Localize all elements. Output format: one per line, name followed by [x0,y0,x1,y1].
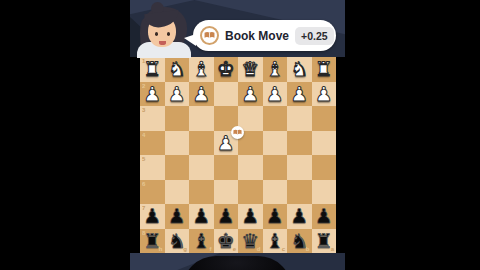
square-a8[interactable]: a♜ [312,229,337,254]
square-f6[interactable] [189,180,214,205]
square-a2[interactable]: ♟ [312,82,337,107]
square-g5[interactable] [165,155,190,180]
rank-label: 7 [142,205,145,211]
square-b8[interactable]: b♞ [287,229,312,254]
square-f1[interactable]: ♝ [189,57,214,82]
square-a5[interactable] [312,155,337,180]
piece-wP: ♟ [241,82,259,107]
square-e2[interactable] [214,82,239,107]
evaluation-badge: +0.25 [295,27,334,45]
square-h3[interactable]: 3 [140,106,165,131]
rank-label: 3 [142,107,145,113]
square-a7[interactable]: ♟ [312,204,337,229]
rank-label: 2 [142,83,145,89]
square-g4[interactable] [165,131,190,156]
square-g8[interactable]: g♞ [165,229,190,254]
square-g7[interactable]: ♟ [165,204,190,229]
book-move-badge [231,126,244,139]
square-f8[interactable]: f♝ [189,229,214,254]
rank-label: 4 [142,132,145,138]
piece-wP: ♟ [290,82,308,107]
piece-wP: ♟ [168,82,186,107]
piece-wN: ♞ [168,57,186,82]
rank-label: 8 [142,230,145,236]
square-b2[interactable]: ♟ [287,82,312,107]
piece-bB: ♝ [192,229,210,254]
square-b3[interactable] [287,106,312,131]
square-e6[interactable] [214,180,239,205]
book-icon [200,26,219,45]
square-b7[interactable]: ♟ [287,204,312,229]
square-f3[interactable] [189,106,214,131]
rank-label: 5 [142,156,145,162]
square-c1[interactable]: ♝ [263,57,288,82]
square-b4[interactable] [287,131,312,156]
square-d7[interactable]: ♟ [238,204,263,229]
piece-wB: ♝ [192,57,210,82]
square-d2[interactable]: ♟ [238,82,263,107]
square-b6[interactable] [287,180,312,205]
piece-wN: ♞ [290,57,308,82]
piece-wP: ♟ [192,82,210,107]
square-f5[interactable] [189,155,214,180]
rank-label: 6 [142,181,145,187]
rank-label: 1 [142,58,145,64]
square-c5[interactable] [263,155,288,180]
piece-wR: ♜ [315,57,333,82]
square-d5[interactable] [238,155,263,180]
book-move-bubble: Book Move +0.25 [193,20,336,51]
file-label: a [331,246,334,252]
square-g3[interactable] [165,106,190,131]
file-label: g [183,246,187,252]
file-label: f [210,246,212,252]
avatar-mouth [159,41,166,45]
piece-wK: ♚ [217,57,235,82]
square-f2[interactable]: ♟ [189,82,214,107]
piece-wQ: ♛ [241,57,259,82]
square-g2[interactable]: ♟ [165,82,190,107]
avatar-eye [155,32,158,36]
square-c7[interactable]: ♟ [263,204,288,229]
avatar-eye [167,32,170,36]
piece-bP: ♟ [168,204,186,229]
piece-bP: ♟ [266,204,284,229]
square-c6[interactable] [263,180,288,205]
screen: Book Move +0.25 1♜♞♝♚♛♝♞♜2♟♟♟♟♟♟♟34♟567♟… [0,0,480,270]
square-e8[interactable]: e♚ [214,229,239,254]
square-a6[interactable] [312,180,337,205]
piece-bP: ♟ [315,204,333,229]
square-h7[interactable]: 7♟ [140,204,165,229]
file-label: h [159,246,163,252]
square-h5[interactable]: 5 [140,155,165,180]
chess-board[interactable]: 1♜♞♝♚♛♝♞♜2♟♟♟♟♟♟♟34♟567♟♟♟♟♟♟♟♟8h♜g♞f♝e♚… [140,57,336,253]
book-icon-glyph [204,31,215,40]
square-f7[interactable]: ♟ [189,204,214,229]
square-e7[interactable]: ♟ [214,204,239,229]
square-a3[interactable] [312,106,337,131]
file-label: c [282,246,285,252]
square-f4[interactable] [189,131,214,156]
square-b5[interactable] [287,155,312,180]
square-g6[interactable] [165,180,190,205]
bottom-background-panel [130,253,345,270]
square-h8[interactable]: 8h♜ [140,229,165,254]
piece-wR: ♜ [143,57,161,82]
square-c8[interactable]: c♝ [263,229,288,254]
player-avatar [131,5,197,58]
piece-bP: ♟ [290,204,308,229]
square-g1[interactable]: ♞ [165,57,190,82]
piece-bP: ♟ [241,204,259,229]
piece-wP: ♟ [315,82,333,107]
square-h1[interactable]: 1♜ [140,57,165,82]
piece-bP: ♟ [217,204,235,229]
square-d1[interactable]: ♛ [238,57,263,82]
square-a1[interactable]: ♜ [312,57,337,82]
square-b1[interactable]: ♞ [287,57,312,82]
square-c3[interactable] [263,106,288,131]
square-h6[interactable]: 6 [140,180,165,205]
piece-bP: ♟ [192,204,210,229]
file-label: e [233,246,236,252]
piece-wB: ♝ [266,57,284,82]
piece-bP: ♟ [143,204,161,229]
piece-wP: ♟ [266,82,284,107]
square-e1[interactable]: ♚ [214,57,239,82]
file-label: b [306,246,310,252]
file-label: d [257,246,261,252]
piece-wP: ♟ [143,82,161,107]
square-e5[interactable] [214,155,239,180]
square-h2[interactable]: 2♟ [140,82,165,107]
book-move-label: Book Move [225,29,289,43]
square-c4[interactable] [263,131,288,156]
square-h4[interactable]: 4 [140,131,165,156]
square-c2[interactable]: ♟ [263,82,288,107]
square-d8[interactable]: d♛ [238,229,263,254]
book-icon [233,129,242,136]
square-d6[interactable] [238,180,263,205]
square-a4[interactable] [312,131,337,156]
